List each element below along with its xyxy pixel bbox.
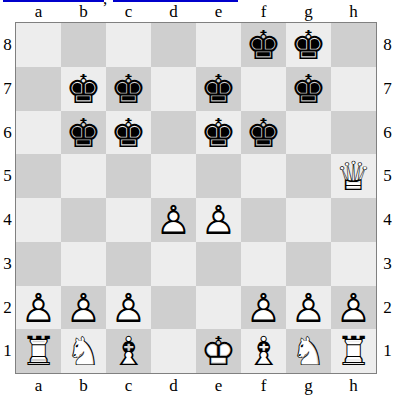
file-label-c: c: [106, 2, 151, 21]
rank-labels-right: 87654321: [378, 23, 397, 373]
rank-label-3: 3: [0, 242, 15, 286]
rank-label-7: 7: [0, 67, 15, 111]
file-label-a: a: [16, 376, 61, 395]
file-label-c: c: [106, 376, 151, 395]
square-a4[interactable]: [16, 198, 61, 242]
rank-label-2: 2: [378, 286, 397, 330]
square-e3[interactable]: [196, 242, 241, 286]
square-f6[interactable]: ♚: [241, 111, 286, 155]
square-d2[interactable]: [151, 286, 196, 330]
white-pawn-fill: ♟: [16, 286, 61, 330]
square-h3[interactable]: [331, 242, 376, 286]
file-label-b: b: [61, 2, 106, 21]
square-e6[interactable]: ♚: [196, 111, 241, 155]
square-d1[interactable]: [151, 329, 196, 373]
square-c6[interactable]: ♚: [106, 111, 151, 155]
piece-black-king: ♚: [286, 23, 331, 67]
file-labels-top: abcdefgh: [16, 2, 376, 21]
square-c7[interactable]: ♚: [106, 67, 151, 111]
rank-label-5: 5: [0, 154, 15, 198]
white-pawn-fill: ♟: [151, 198, 196, 242]
rank-label-8: 8: [378, 23, 397, 67]
square-b7[interactable]: ♚: [61, 67, 106, 111]
piece-black-king: ♚: [106, 67, 151, 111]
piece-white-pawn: ♙: [331, 286, 376, 330]
square-h6[interactable]: [331, 111, 376, 155]
square-g8[interactable]: ♚: [286, 23, 331, 67]
piece-white-pawn: ♙: [16, 286, 61, 330]
rank-label-4: 4: [378, 198, 397, 242]
square-e7[interactable]: ♚: [196, 67, 241, 111]
file-label-h: h: [331, 376, 376, 395]
rank-label-5: 5: [378, 154, 397, 198]
file-label-f: f: [241, 376, 286, 395]
square-b8[interactable]: [61, 23, 106, 67]
square-b1[interactable]: ♞♘: [61, 329, 106, 373]
white-rook-fill: ♜: [331, 329, 376, 373]
piece-white-pawn: ♙: [196, 198, 241, 242]
white-pawn-fill: ♟: [331, 286, 376, 330]
file-label-e: e: [196, 2, 241, 21]
file-label-b: b: [61, 376, 106, 395]
white-pawn-fill: ♟: [106, 286, 151, 330]
piece-white-rook: ♖: [331, 329, 376, 373]
square-c1[interactable]: ♝♗: [106, 329, 151, 373]
square-e1[interactable]: ♚♔: [196, 329, 241, 373]
piece-white-pawn: ♙: [61, 286, 106, 330]
square-d7[interactable]: [151, 67, 196, 111]
square-b3[interactable]: [61, 242, 106, 286]
chess-board: ♚♚♚♚♚♚♚♚♚♚♛♕♟♙♟♙♟♙♟♙♟♙♟♙♟♙♟♙♜♖♞♘♝♗♚♔♝♗♞♘…: [15, 22, 377, 374]
square-d8[interactable]: [151, 23, 196, 67]
rank-label-6: 6: [378, 111, 397, 155]
file-label-g: g: [286, 2, 331, 21]
square-h4[interactable]: [331, 198, 376, 242]
piece-white-queen: ♕: [331, 154, 376, 198]
file-label-a: a: [16, 2, 61, 21]
piece-white-knight: ♘: [286, 329, 331, 373]
white-pawn-fill: ♟: [61, 286, 106, 330]
piece-black-king: ♚: [241, 23, 286, 67]
square-g6[interactable]: [286, 111, 331, 155]
square-d3[interactable]: [151, 242, 196, 286]
square-g2[interactable]: ♟♙: [286, 286, 331, 330]
piece-black-king: ♚: [241, 111, 286, 155]
piece-black-king: ♚: [61, 67, 106, 111]
square-h5[interactable]: ♛♕: [331, 154, 376, 198]
square-f4[interactable]: [241, 198, 286, 242]
rank-label-6: 6: [0, 111, 15, 155]
square-a8[interactable]: [16, 23, 61, 67]
square-g4[interactable]: [286, 198, 331, 242]
square-c4[interactable]: [106, 198, 151, 242]
piece-black-king: ♚: [286, 67, 331, 111]
piece-white-bishop: ♗: [241, 329, 286, 373]
piece-white-bishop: ♗: [106, 329, 151, 373]
rank-label-2: 2: [0, 286, 15, 330]
piece-white-pawn: ♙: [286, 286, 331, 330]
file-label-g: g: [286, 376, 331, 395]
piece-black-king: ♚: [106, 111, 151, 155]
square-h1[interactable]: ♜♖: [331, 329, 376, 373]
rank-label-1: 1: [378, 329, 397, 373]
square-h7[interactable]: [331, 67, 376, 111]
square-f1[interactable]: ♝♗: [241, 329, 286, 373]
white-bishop-fill: ♝: [106, 329, 151, 373]
file-label-d: d: [151, 2, 196, 21]
square-c3[interactable]: [106, 242, 151, 286]
square-d4[interactable]: ♟♙: [151, 198, 196, 242]
square-f2[interactable]: ♟♙: [241, 286, 286, 330]
square-a3[interactable]: [16, 242, 61, 286]
piece-black-king: ♚: [196, 67, 241, 111]
piece-white-pawn: ♙: [106, 286, 151, 330]
piece-black-king: ♚: [196, 111, 241, 155]
piece-white-knight: ♘: [61, 329, 106, 373]
square-e5[interactable]: [196, 154, 241, 198]
white-pawn-fill: ♟: [196, 198, 241, 242]
square-a2[interactable]: ♟♙: [16, 286, 61, 330]
file-label-d: d: [151, 376, 196, 395]
rank-label-3: 3: [378, 242, 397, 286]
white-pawn-fill: ♟: [241, 286, 286, 330]
square-f7[interactable]: [241, 67, 286, 111]
piece-white-pawn: ♙: [241, 286, 286, 330]
rank-label-8: 8: [0, 23, 15, 67]
square-a7[interactable]: [16, 67, 61, 111]
square-g3[interactable]: [286, 242, 331, 286]
square-g1[interactable]: ♞♘: [286, 329, 331, 373]
square-b5[interactable]: [61, 154, 106, 198]
square-f3[interactable]: [241, 242, 286, 286]
white-pawn-fill: ♟: [286, 286, 331, 330]
square-b2[interactable]: ♟♙: [61, 286, 106, 330]
square-c8[interactable]: [106, 23, 151, 67]
square-h2[interactable]: ♟♙: [331, 286, 376, 330]
square-c5[interactable]: [106, 154, 151, 198]
square-c2[interactable]: ♟♙: [106, 286, 151, 330]
square-f8[interactable]: ♚: [241, 23, 286, 67]
piece-white-pawn: ♙: [151, 198, 196, 242]
square-a6[interactable]: [16, 111, 61, 155]
white-knight-fill: ♞: [286, 329, 331, 373]
square-d6[interactable]: [151, 111, 196, 155]
white-bishop-fill: ♝: [241, 329, 286, 373]
piece-white-rook: ♖: [16, 329, 61, 373]
square-f5[interactable]: [241, 154, 286, 198]
square-a1[interactable]: ♜♖: [16, 329, 61, 373]
rank-label-4: 4: [0, 198, 15, 242]
white-rook-fill: ♜: [16, 329, 61, 373]
square-g7[interactable]: ♚: [286, 67, 331, 111]
rank-label-1: 1: [0, 329, 15, 373]
square-a5[interactable]: [16, 154, 61, 198]
piece-white-king: ♔: [196, 329, 241, 373]
white-king-fill: ♚: [196, 329, 241, 373]
rank-label-7: 7: [378, 67, 397, 111]
square-g5[interactable]: [286, 154, 331, 198]
file-label-h: h: [331, 2, 376, 21]
square-e2[interactable]: [196, 286, 241, 330]
file-label-e: e: [196, 376, 241, 395]
white-queen-fill: ♛: [331, 154, 376, 198]
square-b6[interactable]: ♚: [61, 111, 106, 155]
square-e4[interactable]: ♟♙: [196, 198, 241, 242]
file-labels-bottom: abcdefgh: [16, 376, 376, 395]
square-b4[interactable]: [61, 198, 106, 242]
file-label-f: f: [241, 2, 286, 21]
square-d5[interactable]: [151, 154, 196, 198]
rank-labels-left: 87654321: [0, 23, 15, 373]
square-e8[interactable]: [196, 23, 241, 67]
square-h8[interactable]: [331, 23, 376, 67]
piece-black-king: ♚: [61, 111, 106, 155]
white-knight-fill: ♞: [61, 329, 106, 373]
